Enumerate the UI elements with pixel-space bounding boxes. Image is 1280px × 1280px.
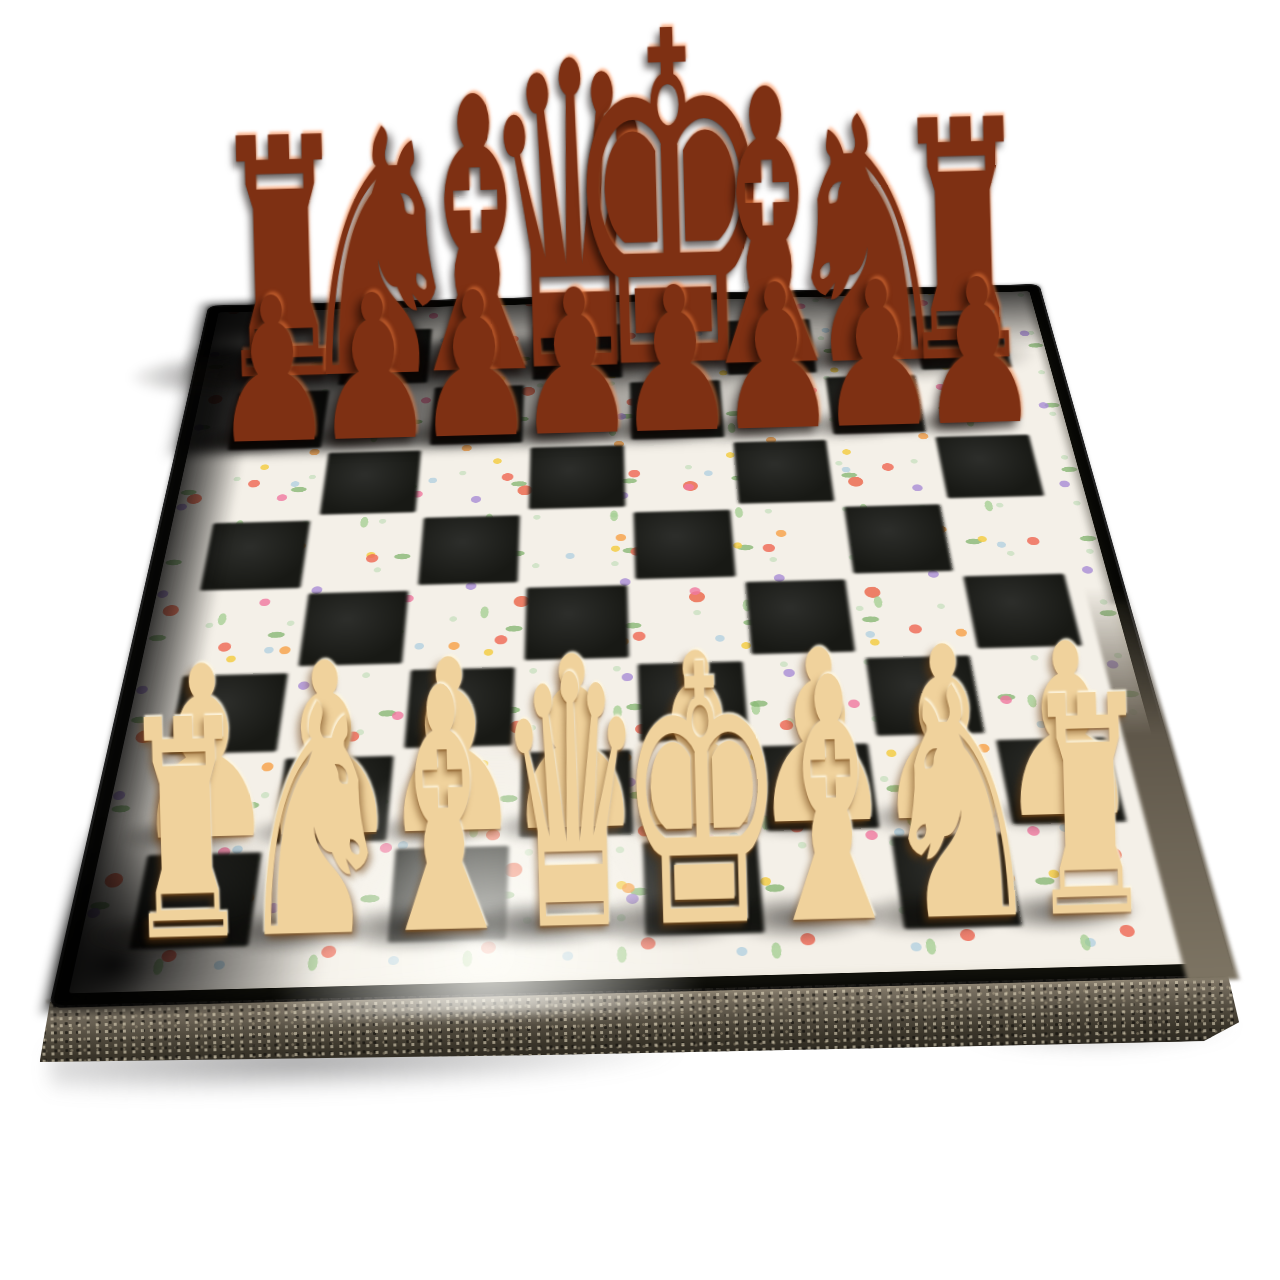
square-h5[interactable] (944, 499, 1067, 574)
dark-square-paint (200, 521, 310, 591)
piece-white-rook-h1[interactable]: ♜ (1023, 656, 1155, 961)
photo-scene: ♜♞♝♛♚♝♞♜♟♟♟♟♟♟♟♟♟♟♟♟♟♟♟♟♜♞♝♛♚♝♞♜ (0, 0, 1280, 1280)
square-g5[interactable] (839, 501, 958, 576)
piece-white-knight-g1[interactable]: ♞ (873, 645, 1047, 967)
square-e5[interactable] (629, 507, 740, 582)
square-b5[interactable] (304, 515, 419, 591)
dark-square-paint (418, 515, 520, 584)
square-c5[interactable] (413, 512, 524, 587)
board-tilt-wrapper: ♜♞♝♛♚♝♞♜♟♟♟♟♟♟♟♟♟♟♟♟♟♟♟♟♜♞♝♛♚♝♞♜ (0, 0, 1280, 1280)
square-d5[interactable] (522, 510, 631, 585)
square-a5[interactable] (195, 518, 314, 594)
square-f5[interactable] (734, 504, 849, 579)
dark-square-paint (844, 504, 954, 573)
piece-black-pawn-h7[interactable]: ♟ (915, 252, 1042, 455)
dark-square-paint (634, 510, 736, 579)
